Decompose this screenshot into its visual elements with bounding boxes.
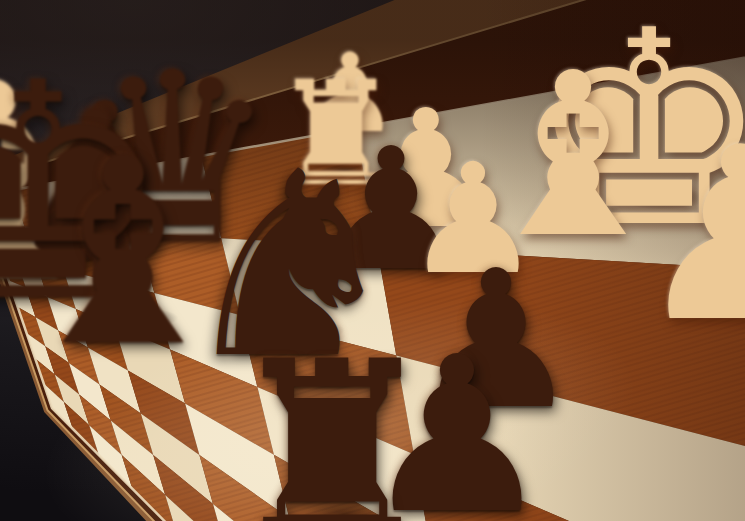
pieces-layer: ♚♟♛♟♝♞♟♟♟♜♝♟♜♟♟♝♚♟ bbox=[0, 0, 745, 521]
chess-piece-light-pawn-h4[interactable]: ♟ bbox=[633, 116, 745, 355]
scene: ♚♟♛♟♝♞♟♟♟♜♝♟♜♟♟♝♚♟ bbox=[0, 0, 745, 521]
chess-piece-dark-rook-c2[interactable]: ♜ bbox=[222, 330, 441, 521]
